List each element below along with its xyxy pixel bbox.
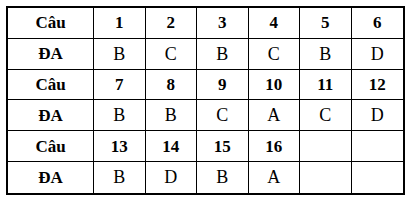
answer-cell: C [249,39,301,70]
row-label-question: Câu [8,8,94,39]
answer-cell: C [146,39,198,70]
answer-cell: C [300,100,352,131]
answer-key-table: Câu 1 2 3 4 5 6 ĐA B C B C B D Câu 7 8 9… [6,6,405,195]
answer-cell: B [94,39,146,70]
empty-cell [300,162,352,193]
answer-cell: C [197,100,249,131]
question-number: 14 [146,131,198,162]
question-number: 8 [146,70,198,101]
row-label-answer: ĐA [8,39,94,70]
row-label-question: Câu [8,70,94,101]
row-label-question: Câu [8,131,94,162]
answer-cell: A [249,162,301,193]
answer-cell: B [94,162,146,193]
question-number: 6 [352,8,404,39]
question-number: 3 [197,8,249,39]
question-number: 16 [249,131,301,162]
question-number: 2 [146,8,198,39]
question-number: 10 [249,70,301,101]
answer-cell: B [300,39,352,70]
empty-cell [352,162,404,193]
question-number: 13 [94,131,146,162]
page-canvas: Câu 1 2 3 4 5 6 ĐA B C B C B D Câu 7 8 9… [0,0,410,203]
row-label-answer: ĐA [8,162,94,193]
empty-cell [352,131,404,162]
answer-cell: B [94,100,146,131]
question-number: 4 [249,8,301,39]
empty-cell [300,131,352,162]
question-number: 1 [94,8,146,39]
question-number: 15 [197,131,249,162]
question-number: 9 [197,70,249,101]
answer-cell: D [146,162,198,193]
answer-cell: B [197,162,249,193]
question-number: 7 [94,70,146,101]
answer-cell: B [197,39,249,70]
answer-cell: B [146,100,198,131]
question-number: 11 [300,70,352,101]
question-number: 5 [300,8,352,39]
answer-cell: A [249,100,301,131]
answer-cell: D [352,39,404,70]
answer-cell: D [352,100,404,131]
row-label-answer: ĐA [8,100,94,131]
question-number: 12 [352,70,404,101]
